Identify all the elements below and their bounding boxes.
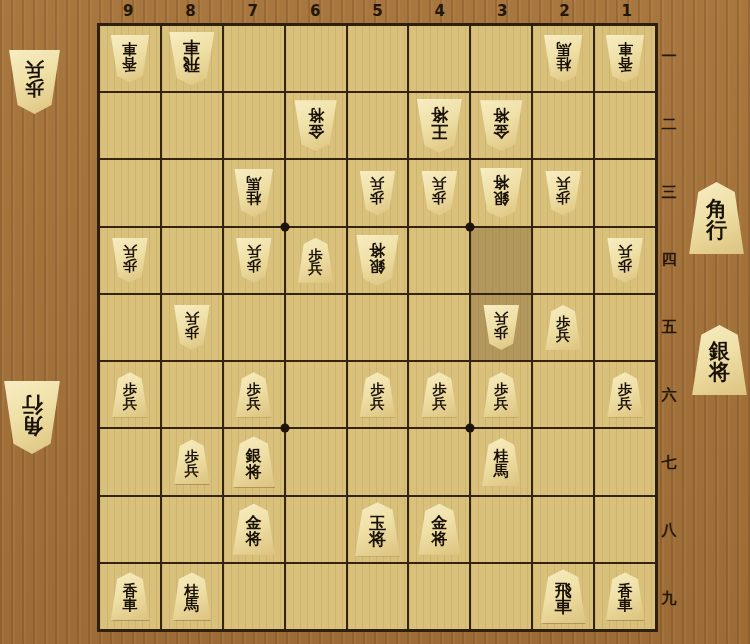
piece-kanji: 歩兵 <box>432 177 446 204</box>
square-5-6[interactable]: 歩兵 <box>348 362 408 427</box>
piece-sente-pawn[interactable]: 歩兵 <box>297 238 334 283</box>
square-9-1[interactable]: 香車 <box>100 26 160 91</box>
piece-kanji: 歩兵 <box>370 383 384 410</box>
square-8-9[interactable]: 桂馬 <box>162 564 222 629</box>
square-9-4[interactable]: 歩兵 <box>100 228 160 293</box>
file-label-5: 5 <box>346 1 408 21</box>
piece-kanji: 歩兵 <box>618 245 632 272</box>
piece-kanji: 歩兵 <box>370 177 384 204</box>
square-7-5[interactable] <box>224 295 284 360</box>
square-7-2[interactable] <box>224 93 284 158</box>
piece-sente-knight[interactable]: 桂馬 <box>481 438 521 486</box>
piece-kanji: 角行 <box>706 199 727 240</box>
rank-label-2: 二 <box>659 91 679 159</box>
square-8-6[interactable] <box>162 362 222 427</box>
piece-kanji: 香車 <box>618 42 633 71</box>
square-8-5[interactable]: 歩兵 <box>162 295 222 360</box>
square-7-6[interactable]: 歩兵 <box>224 362 284 427</box>
square-2-8[interactable] <box>533 497 593 562</box>
board-grid: 香車飛車桂馬香車金将王将金将桂馬歩兵歩兵銀将歩兵歩兵歩兵歩兵銀将歩兵歩兵歩兵歩兵… <box>100 26 655 629</box>
square-8-3[interactable] <box>162 160 222 225</box>
piece-kanji: 金将 <box>431 515 447 546</box>
square-2-7[interactable] <box>533 429 593 494</box>
square-1-5[interactable] <box>595 295 655 360</box>
square-1-7[interactable] <box>595 429 655 494</box>
square-6-8[interactable] <box>286 497 346 562</box>
square-9-6[interactable]: 歩兵 <box>100 362 160 427</box>
piece-kanji: 歩兵 <box>556 316 570 343</box>
square-9-7[interactable] <box>100 429 160 494</box>
piece-gote-knight[interactable]: 桂馬 <box>543 35 583 83</box>
piece-kanji: 歩兵 <box>123 245 137 272</box>
piece-kanji: 歩兵 <box>618 383 632 410</box>
file-label-7: 7 <box>222 1 284 21</box>
piece-sente-pawn[interactable]: 歩兵 <box>607 372 644 417</box>
square-3-4[interactable] <box>471 228 531 293</box>
rank-label-6: 六 <box>659 361 679 429</box>
square-3-6[interactable]: 歩兵 <box>471 362 531 427</box>
shogi-game-screen: 987654321 一二三四五六七八九 香車飛車桂馬香車金将王将金将桂馬歩兵歩兵… <box>0 0 750 644</box>
square-4-2[interactable]: 王将 <box>409 93 469 158</box>
piece-sente-pawn[interactable]: 歩兵 <box>173 439 210 484</box>
piece-kanji: 銀将 <box>709 341 730 382</box>
piece-sente-pawn[interactable]: 歩兵 <box>545 305 582 350</box>
square-2-3[interactable]: 歩兵 <box>533 160 593 225</box>
rank-coordinates: 一二三四五六七八九 <box>659 23 679 632</box>
square-7-3[interactable]: 桂馬 <box>224 160 284 225</box>
piece-kanji: 銀将 <box>369 243 385 274</box>
square-8-2[interactable] <box>162 93 222 158</box>
piece-kanji: 香車 <box>122 584 137 613</box>
piece-kanji: 歩兵 <box>556 177 570 204</box>
rank-label-4: 四 <box>659 226 679 294</box>
square-3-2[interactable]: 金将 <box>471 93 531 158</box>
square-2-5[interactable]: 歩兵 <box>533 295 593 360</box>
square-1-4[interactable]: 歩兵 <box>595 228 655 293</box>
square-8-4[interactable] <box>162 228 222 293</box>
square-7-7[interactable]: 銀将 <box>224 429 284 494</box>
piece-kanji: 金将 <box>308 108 324 139</box>
square-5-5[interactable] <box>348 295 408 360</box>
square-7-8[interactable]: 金将 <box>224 497 284 562</box>
rank-label-7: 七 <box>659 429 679 497</box>
square-5-2[interactable] <box>348 93 408 158</box>
piece-kanji: 銀将 <box>246 448 262 479</box>
piece-gote-pawn[interactable]: 歩兵 <box>111 238 148 283</box>
square-1-2[interactable] <box>595 93 655 158</box>
square-1-1[interactable]: 香車 <box>595 26 655 91</box>
square-8-7[interactable]: 歩兵 <box>162 429 222 494</box>
square-2-6[interactable] <box>533 362 593 427</box>
square-3-9[interactable] <box>471 564 531 629</box>
piece-kanji: 歩兵 <box>494 312 508 339</box>
piece-sente-pawn[interactable]: 歩兵 <box>483 372 520 417</box>
square-5-4[interactable]: 銀将 <box>348 228 408 293</box>
piece-gote-pawn[interactable]: 歩兵 <box>235 238 272 283</box>
piece-kanji: 王将 <box>431 107 448 140</box>
square-4-4[interactable] <box>409 228 469 293</box>
piece-gote-king[interactable]: 王将 <box>416 99 463 153</box>
square-2-9[interactable]: 飛車 <box>533 564 593 629</box>
square-3-1[interactable] <box>471 26 531 91</box>
rank-label-9: 九 <box>659 564 679 632</box>
square-3-7[interactable]: 桂馬 <box>471 429 531 494</box>
square-6-4[interactable]: 歩兵 <box>286 228 346 293</box>
piece-kanji: 玉将 <box>369 515 386 548</box>
piece-kanji: 歩兵 <box>309 249 323 276</box>
square-3-8[interactable] <box>471 497 531 562</box>
square-2-2[interactable] <box>533 93 593 158</box>
piece-gote-pawn[interactable]: 歩兵 <box>173 305 210 350</box>
rank-label-8: 八 <box>659 497 679 565</box>
piece-kanji: 金将 <box>493 108 509 139</box>
file-label-1: 1 <box>596 1 658 21</box>
piece-gote-rook[interactable]: 飛車 <box>168 32 215 86</box>
piece-kanji: 歩兵 <box>185 450 199 477</box>
piece-gote-pawn[interactable]: 歩兵 <box>483 305 520 350</box>
piece-gote-pawn[interactable]: 歩兵 <box>421 171 458 216</box>
piece-sente-pawn[interactable]: 歩兵 <box>421 372 458 417</box>
square-4-5[interactable] <box>409 295 469 360</box>
file-label-9: 9 <box>97 1 159 21</box>
square-4-7[interactable] <box>409 429 469 494</box>
square-6-3[interactable] <box>286 160 346 225</box>
piece-sente-lance[interactable]: 香車 <box>605 572 645 620</box>
rank-label-3: 三 <box>659 158 679 226</box>
square-1-8[interactable] <box>595 497 655 562</box>
rank-label-5: 五 <box>659 294 679 362</box>
piece-kanji: 歩兵 <box>247 383 261 410</box>
piece-kanji: 歩兵 <box>432 383 446 410</box>
hand-piece-sente-silver[interactable]: 銀将 <box>691 325 748 395</box>
hand-piece-sente-bishop[interactable]: 角行 <box>688 182 745 254</box>
square-9-8[interactable] <box>100 497 160 562</box>
piece-gote-gold[interactable]: 金将 <box>294 100 338 151</box>
piece-kanji: 飛車 <box>183 40 200 73</box>
piece-kanji: 歩兵 <box>25 61 44 98</box>
square-9-3[interactable] <box>100 160 160 225</box>
piece-kanji: 歩兵 <box>247 245 261 272</box>
piece-sente-lance[interactable]: 香車 <box>110 572 150 620</box>
piece-gote-pawn[interactable]: 歩兵 <box>359 171 396 216</box>
hand-piece-gote-bishop[interactable]: 角行 <box>3 381 61 454</box>
square-2-1[interactable]: 桂馬 <box>533 26 593 91</box>
hand-piece-gote-pawn[interactable]: 歩兵 <box>8 50 61 114</box>
file-coordinates: 987654321 <box>97 1 658 21</box>
square-5-7[interactable] <box>348 429 408 494</box>
square-7-4[interactable]: 歩兵 <box>224 228 284 293</box>
square-1-9[interactable]: 香車 <box>595 564 655 629</box>
square-1-6[interactable]: 歩兵 <box>595 362 655 427</box>
square-3-5[interactable]: 歩兵 <box>471 295 531 360</box>
square-6-7[interactable] <box>286 429 346 494</box>
square-7-1[interactable] <box>224 26 284 91</box>
square-6-9[interactable] <box>286 564 346 629</box>
piece-sente-silver[interactable]: 銀将 <box>232 436 276 487</box>
square-9-9[interactable]: 香車 <box>100 564 160 629</box>
file-label-3: 3 <box>471 1 533 21</box>
square-6-5[interactable] <box>286 295 346 360</box>
piece-sente-pawn[interactable]: 歩兵 <box>235 372 272 417</box>
square-4-6[interactable]: 歩兵 <box>409 362 469 427</box>
piece-gote-lance[interactable]: 香車 <box>605 35 645 83</box>
piece-sente-rook[interactable]: 飛車 <box>540 569 587 623</box>
piece-kanji: 桂馬 <box>184 584 199 613</box>
piece-gote-gold[interactable]: 金将 <box>479 100 523 151</box>
piece-kanji: 桂馬 <box>246 176 261 205</box>
file-label-4: 4 <box>409 1 471 21</box>
file-label-2: 2 <box>533 1 595 21</box>
square-6-1[interactable] <box>286 26 346 91</box>
square-1-3[interactable] <box>595 160 655 225</box>
square-4-1[interactable] <box>409 26 469 91</box>
square-6-6[interactable] <box>286 362 346 427</box>
piece-kanji: 桂馬 <box>556 42 571 71</box>
piece-gote-knight[interactable]: 桂馬 <box>234 169 274 217</box>
piece-kanji: 飛車 <box>555 582 572 615</box>
square-9-2[interactable] <box>100 93 160 158</box>
piece-kanji: 香車 <box>122 42 137 71</box>
piece-sente-knight[interactable]: 桂馬 <box>172 572 212 620</box>
piece-sente-gold[interactable]: 金将 <box>417 504 461 555</box>
file-label-6: 6 <box>284 1 346 21</box>
piece-kanji: 歩兵 <box>494 383 508 410</box>
piece-gote-silver[interactable]: 銀将 <box>479 168 523 219</box>
piece-kanji: 歩兵 <box>185 312 199 339</box>
piece-gote-pawn[interactable]: 歩兵 <box>607 238 644 283</box>
piece-kanji: 香車 <box>618 584 633 613</box>
piece-kanji: 歩兵 <box>123 383 137 410</box>
square-6-2[interactable]: 金将 <box>286 93 346 158</box>
piece-kanji: 角行 <box>22 395 43 436</box>
file-label-8: 8 <box>159 1 221 21</box>
piece-sente-pawn[interactable]: 歩兵 <box>359 372 396 417</box>
square-4-8[interactable]: 金将 <box>409 497 469 562</box>
rank-label-1: 一 <box>659 23 679 91</box>
piece-gote-silver[interactable]: 銀将 <box>355 235 399 286</box>
square-8-1[interactable]: 飛車 <box>162 26 222 91</box>
square-5-1[interactable] <box>348 26 408 91</box>
piece-gote-pawn[interactable]: 歩兵 <box>545 171 582 216</box>
square-4-9[interactable] <box>409 564 469 629</box>
piece-gote-lance[interactable]: 香車 <box>110 35 150 83</box>
square-5-9[interactable] <box>348 564 408 629</box>
square-9-5[interactable] <box>100 295 160 360</box>
square-3-3[interactable]: 銀将 <box>471 160 531 225</box>
square-5-3[interactable]: 歩兵 <box>348 160 408 225</box>
square-7-9[interactable] <box>224 564 284 629</box>
square-2-4[interactable] <box>533 228 593 293</box>
square-4-3[interactable]: 歩兵 <box>409 160 469 225</box>
shogi-board: 香車飛車桂馬香車金将王将金将桂馬歩兵歩兵銀将歩兵歩兵歩兵歩兵銀将歩兵歩兵歩兵歩兵… <box>97 23 658 632</box>
piece-kanji: 金将 <box>246 515 262 546</box>
square-5-8[interactable]: 玉将 <box>348 497 408 562</box>
square-8-8[interactable] <box>162 497 222 562</box>
piece-kanji: 銀将 <box>493 175 509 206</box>
piece-sente-king[interactable]: 玉将 <box>354 502 401 556</box>
piece-sente-gold[interactable]: 金将 <box>232 504 276 555</box>
piece-sente-pawn[interactable]: 歩兵 <box>111 372 148 417</box>
piece-kanji: 桂馬 <box>494 449 509 478</box>
